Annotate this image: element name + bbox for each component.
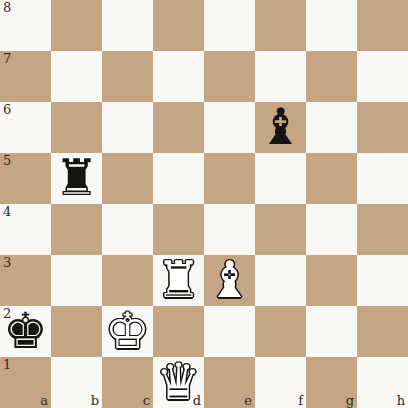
square-f8[interactable] bbox=[255, 0, 306, 51]
rank-label-5: 5 bbox=[3, 153, 11, 169]
file-label-f: f bbox=[298, 393, 303, 408]
square-d4[interactable] bbox=[153, 204, 204, 255]
square-a6[interactable]: 6 bbox=[0, 102, 51, 153]
square-b8[interactable] bbox=[51, 0, 102, 51]
square-f2[interactable] bbox=[255, 306, 306, 357]
rank-label-3: 3 bbox=[3, 255, 11, 271]
square-a2[interactable]: 2♚ bbox=[0, 306, 51, 357]
square-e5[interactable] bbox=[204, 153, 255, 204]
rank-label-4: 4 bbox=[3, 204, 11, 220]
square-f1[interactable]: f bbox=[255, 357, 306, 408]
square-f5[interactable] bbox=[255, 153, 306, 204]
square-a4[interactable]: 4 bbox=[0, 204, 51, 255]
square-c7[interactable] bbox=[102, 51, 153, 102]
square-e7[interactable] bbox=[204, 51, 255, 102]
square-a1[interactable]: 1a bbox=[0, 357, 51, 408]
square-b2[interactable] bbox=[51, 306, 102, 357]
square-h2[interactable] bbox=[357, 306, 408, 357]
square-d5[interactable] bbox=[153, 153, 204, 204]
square-f6[interactable]: ♝ bbox=[255, 102, 306, 153]
file-label-c: c bbox=[143, 393, 150, 408]
square-f4[interactable] bbox=[255, 204, 306, 255]
square-c6[interactable] bbox=[102, 102, 153, 153]
square-c4[interactable] bbox=[102, 204, 153, 255]
square-c8[interactable] bbox=[102, 0, 153, 51]
square-g5[interactable] bbox=[306, 153, 357, 204]
square-f7[interactable] bbox=[255, 51, 306, 102]
rank-label-8: 8 bbox=[3, 0, 11, 16]
square-g7[interactable] bbox=[306, 51, 357, 102]
square-g1[interactable]: g bbox=[306, 357, 357, 408]
square-h6[interactable] bbox=[357, 102, 408, 153]
square-c2[interactable]: ♚ bbox=[102, 306, 153, 357]
square-b5[interactable]: ♜ bbox=[51, 153, 102, 204]
square-d3[interactable]: ♜ bbox=[153, 255, 204, 306]
square-h4[interactable] bbox=[357, 204, 408, 255]
square-h3[interactable] bbox=[357, 255, 408, 306]
square-g4[interactable] bbox=[306, 204, 357, 255]
file-label-e: e bbox=[244, 393, 252, 408]
file-label-d: d bbox=[193, 393, 201, 408]
square-b4[interactable] bbox=[51, 204, 102, 255]
piece-black-rook[interactable]: ♜ bbox=[54, 153, 99, 204]
square-c1[interactable]: c bbox=[102, 357, 153, 408]
square-h7[interactable] bbox=[357, 51, 408, 102]
square-d6[interactable] bbox=[153, 102, 204, 153]
square-e1[interactable]: e bbox=[204, 357, 255, 408]
square-e8[interactable] bbox=[204, 0, 255, 51]
piece-white-bishop[interactable]: ♝ bbox=[207, 255, 252, 306]
square-a5[interactable]: 5 bbox=[0, 153, 51, 204]
square-g3[interactable] bbox=[306, 255, 357, 306]
file-label-h: h bbox=[397, 393, 405, 408]
square-b3[interactable] bbox=[51, 255, 102, 306]
rank-label-1: 1 bbox=[3, 357, 11, 373]
square-a8[interactable]: 8 bbox=[0, 0, 51, 51]
square-e3[interactable]: ♝ bbox=[204, 255, 255, 306]
square-d1[interactable]: d♛ bbox=[153, 357, 204, 408]
square-c5[interactable] bbox=[102, 153, 153, 204]
square-h1[interactable]: h bbox=[357, 357, 408, 408]
square-d8[interactable] bbox=[153, 0, 204, 51]
piece-white-king[interactable]: ♚ bbox=[105, 306, 150, 357]
square-e2[interactable] bbox=[204, 306, 255, 357]
square-e4[interactable] bbox=[204, 204, 255, 255]
chess-board: 876♝5♜43♜♝2♚♚1abcd♛efgh bbox=[0, 0, 408, 408]
square-b6[interactable] bbox=[51, 102, 102, 153]
rank-label-2: 2 bbox=[3, 306, 11, 322]
rank-label-7: 7 bbox=[3, 51, 11, 67]
file-label-g: g bbox=[346, 393, 354, 408]
square-e6[interactable] bbox=[204, 102, 255, 153]
square-d7[interactable] bbox=[153, 51, 204, 102]
square-a7[interactable]: 7 bbox=[0, 51, 51, 102]
square-a3[interactable]: 3 bbox=[0, 255, 51, 306]
square-d2[interactable] bbox=[153, 306, 204, 357]
square-b7[interactable] bbox=[51, 51, 102, 102]
square-g2[interactable] bbox=[306, 306, 357, 357]
rank-label-6: 6 bbox=[3, 102, 11, 118]
piece-black-bishop[interactable]: ♝ bbox=[258, 102, 303, 153]
file-label-a: a bbox=[40, 393, 48, 408]
square-c3[interactable] bbox=[102, 255, 153, 306]
square-g8[interactable] bbox=[306, 0, 357, 51]
square-b1[interactable]: b bbox=[51, 357, 102, 408]
square-h5[interactable] bbox=[357, 153, 408, 204]
piece-white-rook[interactable]: ♜ bbox=[156, 255, 201, 306]
file-label-b: b bbox=[91, 393, 99, 408]
square-g6[interactable] bbox=[306, 102, 357, 153]
square-h8[interactable] bbox=[357, 0, 408, 51]
square-f3[interactable] bbox=[255, 255, 306, 306]
